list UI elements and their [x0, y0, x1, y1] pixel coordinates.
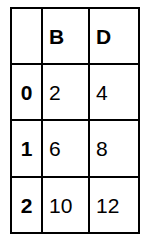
- header-cell-index: [12, 9, 43, 65]
- value-cell-row1-b: 6: [43, 121, 90, 178]
- index-cell-row0: 0: [12, 65, 43, 121]
- value-cell-row0-b: 2: [43, 65, 90, 121]
- value-cell-row2-b: 10: [43, 178, 90, 232]
- index-cell-row2: 2: [12, 178, 43, 232]
- header-cell-d: D: [90, 9, 138, 65]
- value-cell-row1-d: 8: [90, 121, 138, 178]
- value-cell-row0-d: 4: [90, 65, 138, 121]
- value-cell-row2-d: 12: [90, 178, 138, 232]
- header-cell-b: B: [43, 9, 90, 65]
- page: B D 0 2 4 1 6 8 2 10 12: [0, 0, 158, 250]
- index-cell-row1: 1: [12, 121, 43, 178]
- data-table: B D 0 2 4 1 6 8 2 10 12: [10, 7, 140, 234]
